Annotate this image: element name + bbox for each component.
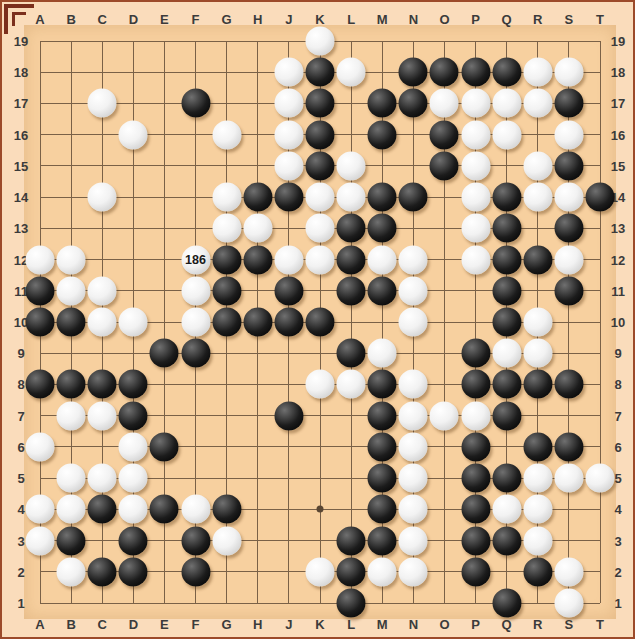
stone-white[interactable] — [274, 89, 303, 118]
stone-white[interactable] — [492, 339, 521, 368]
stone-black[interactable] — [461, 370, 490, 399]
coord-label-bottom: Q — [502, 617, 512, 632]
stone-white[interactable] — [88, 308, 117, 337]
stone-white[interactable] — [88, 401, 117, 430]
coord-label-right: 9 — [614, 346, 621, 361]
stone-black[interactable] — [399, 58, 428, 87]
stone-black[interactable] — [57, 526, 86, 555]
stone-black[interactable] — [212, 245, 241, 274]
stone-white[interactable] — [212, 183, 241, 212]
stone-black[interactable] — [492, 245, 521, 274]
coord-label-bottom: A — [35, 617, 44, 632]
stone-white[interactable] — [554, 245, 583, 274]
stone-black[interactable] — [274, 308, 303, 337]
stone-black[interactable] — [554, 214, 583, 243]
stone-black[interactable] — [337, 245, 366, 274]
stone-black[interactable] — [492, 464, 521, 493]
coord-label-bottom: M — [377, 617, 388, 632]
stone-white[interactable] — [523, 526, 552, 555]
star-point — [317, 506, 324, 513]
stone-white[interactable] — [554, 183, 583, 212]
stone-white[interactable] — [523, 464, 552, 493]
stone-white[interactable] — [461, 183, 490, 212]
stone-white[interactable] — [119, 464, 148, 493]
stone-black[interactable] — [368, 495, 397, 524]
stone-black[interactable] — [492, 370, 521, 399]
stone-white[interactable] — [399, 401, 428, 430]
coord-label-left: 5 — [17, 471, 24, 486]
coord-label-right: 8 — [614, 377, 621, 392]
stone-black[interactable] — [243, 245, 272, 274]
stone-black[interactable] — [337, 589, 366, 618]
stone-white[interactable] — [368, 245, 397, 274]
stone-black[interactable] — [88, 370, 117, 399]
coord-label-right: 4 — [614, 502, 621, 517]
stone-black[interactable] — [119, 526, 148, 555]
stone-black[interactable] — [212, 495, 241, 524]
stone-white[interactable] — [337, 370, 366, 399]
stone-black[interactable] — [554, 370, 583, 399]
stone-black[interactable] — [554, 89, 583, 118]
coord-label-top: G — [222, 12, 232, 27]
stone-white[interactable] — [368, 557, 397, 586]
stone-black[interactable] — [26, 370, 55, 399]
coord-label-bottom: T — [596, 617, 604, 632]
coord-label-left: 9 — [17, 346, 24, 361]
coord-label-right: 15 — [611, 158, 625, 173]
stone-black[interactable] — [368, 276, 397, 305]
coord-label-top: E — [160, 12, 169, 27]
coord-label-top: F — [192, 12, 200, 27]
stone-black[interactable] — [368, 370, 397, 399]
coord-label-top: H — [253, 12, 262, 27]
stone-black[interactable] — [368, 214, 397, 243]
grid-line-vertical — [351, 41, 352, 603]
stone-black[interactable] — [492, 58, 521, 87]
stone-white[interactable] — [212, 526, 241, 555]
stone-black[interactable] — [181, 557, 210, 586]
stone-white[interactable] — [26, 495, 55, 524]
coord-label-left: 7 — [17, 408, 24, 423]
stone-white[interactable] — [492, 495, 521, 524]
stone-black[interactable] — [150, 495, 179, 524]
stone-black[interactable] — [399, 183, 428, 212]
stone-black[interactable] — [368, 183, 397, 212]
stone-white[interactable] — [337, 183, 366, 212]
coord-label-left: 1 — [17, 596, 24, 611]
stone-black[interactable] — [430, 58, 459, 87]
stone-black[interactable] — [368, 464, 397, 493]
stone-black[interactable] — [119, 370, 148, 399]
stone-white[interactable] — [26, 245, 55, 274]
coord-label-bottom: N — [409, 617, 418, 632]
coord-label-left: 16 — [14, 127, 28, 142]
stone-white[interactable] — [399, 432, 428, 461]
stone-white[interactable] — [554, 589, 583, 618]
stone-white[interactable] — [306, 214, 335, 243]
stone-black[interactable] — [57, 370, 86, 399]
stone-white[interactable] — [57, 557, 86, 586]
stone-black[interactable] — [523, 245, 552, 274]
stone-white[interactable] — [274, 151, 303, 180]
coord-label-right: 6 — [614, 439, 621, 454]
stone-white[interactable] — [554, 58, 583, 87]
coord-label-top: N — [409, 12, 418, 27]
stone-white[interactable] — [461, 120, 490, 149]
stone-black[interactable] — [492, 589, 521, 618]
stone-black[interactable] — [430, 151, 459, 180]
stone-white[interactable] — [399, 557, 428, 586]
stone-white[interactable] — [306, 557, 335, 586]
stone-black[interactable] — [368, 526, 397, 555]
stone-black[interactable] — [461, 526, 490, 555]
coord-label-bottom: G — [222, 617, 232, 632]
coord-label-bottom: D — [129, 617, 138, 632]
stone-black[interactable] — [26, 276, 55, 305]
stone-white[interactable] — [274, 58, 303, 87]
stone-black[interactable] — [88, 495, 117, 524]
stone-white[interactable] — [306, 245, 335, 274]
coord-label-left: 15 — [14, 158, 28, 173]
coord-label-bottom: E — [160, 617, 169, 632]
coord-label-right: 2 — [614, 564, 621, 579]
stone-white[interactable] — [399, 526, 428, 555]
coord-label-left: 13 — [14, 221, 28, 236]
stone-white[interactable] — [399, 464, 428, 493]
coord-label-bottom: R — [533, 617, 542, 632]
coord-label-bottom: S — [565, 617, 574, 632]
stone-white[interactable] — [212, 214, 241, 243]
coord-label-right: 7 — [614, 408, 621, 423]
stone-black[interactable] — [181, 89, 210, 118]
stone-white[interactable] — [274, 120, 303, 149]
stone-black[interactable] — [306, 120, 335, 149]
stone-white[interactable] — [430, 89, 459, 118]
stone-white[interactable] — [337, 58, 366, 87]
coord-label-right: 11 — [611, 283, 625, 298]
stone-white[interactable] — [243, 214, 272, 243]
stone-black[interactable] — [57, 308, 86, 337]
coord-label-left: 3 — [17, 533, 24, 548]
stone-black[interactable] — [461, 339, 490, 368]
coord-label-bottom: P — [471, 617, 480, 632]
stone-white[interactable] — [57, 401, 86, 430]
stone-white[interactable] — [554, 464, 583, 493]
stone-black[interactable] — [26, 308, 55, 337]
stone-black[interactable] — [212, 308, 241, 337]
stone-white[interactable] — [119, 120, 148, 149]
stone-white[interactable] — [88, 183, 117, 212]
stone-white[interactable] — [554, 557, 583, 586]
stone-white[interactable] — [57, 245, 86, 274]
stone-white[interactable] — [523, 151, 552, 180]
stone-black[interactable] — [492, 214, 521, 243]
stone-white[interactable] — [181, 276, 210, 305]
stone-white[interactable] — [461, 151, 490, 180]
stone-white[interactable] — [119, 495, 148, 524]
stone-white[interactable] — [554, 120, 583, 149]
coord-label-top: S — [565, 12, 574, 27]
coord-label-right: 5 — [614, 471, 621, 486]
stone-black[interactable] — [274, 401, 303, 430]
coord-label-top: O — [439, 12, 449, 27]
coord-label-right: 12 — [611, 252, 625, 267]
stone-white[interactable] — [492, 89, 521, 118]
coord-label-left: 14 — [14, 190, 28, 205]
stone-white[interactable] — [181, 495, 210, 524]
stone-black[interactable] — [492, 308, 521, 337]
stone-white[interactable] — [306, 370, 335, 399]
stone-black[interactable] — [461, 464, 490, 493]
stone-black[interactable] — [337, 214, 366, 243]
stone-black[interactable] — [368, 401, 397, 430]
coord-label-left: 8 — [17, 377, 24, 392]
stone-black[interactable] — [181, 526, 210, 555]
stone-black[interactable] — [337, 557, 366, 586]
coord-label-top: A — [35, 12, 44, 27]
stone-white[interactable] — [399, 276, 428, 305]
coord-label-top: L — [347, 12, 355, 27]
coord-label-left: 19 — [14, 34, 28, 49]
stone-white[interactable]: 186 — [181, 245, 210, 274]
stone-white[interactable] — [461, 245, 490, 274]
stone-white[interactable] — [430, 401, 459, 430]
coord-label-bottom: J — [285, 617, 292, 632]
stone-white[interactable] — [26, 432, 55, 461]
stone-white[interactable] — [399, 245, 428, 274]
coord-label-right: 16 — [611, 127, 625, 142]
coord-label-left: 18 — [14, 65, 28, 80]
coord-label-bottom: H — [253, 617, 262, 632]
go-board[interactable]: AABBCCDDEEFFGGHHJJKKLLMMNNOOPPQQRRSSTT19… — [0, 0, 635, 639]
stone-white[interactable] — [461, 401, 490, 430]
coord-label-top: P — [471, 12, 480, 27]
stone-white[interactable] — [523, 308, 552, 337]
stone-black[interactable] — [523, 370, 552, 399]
coord-label-right: 18 — [611, 65, 625, 80]
coord-label-left: 4 — [17, 502, 24, 517]
stone-black[interactable] — [306, 58, 335, 87]
coord-label-bottom: L — [347, 617, 355, 632]
stone-white[interactable] — [306, 27, 335, 56]
grid-line-vertical — [600, 41, 601, 603]
stone-white[interactable] — [523, 58, 552, 87]
stone-black[interactable] — [430, 120, 459, 149]
stone-black[interactable] — [586, 183, 615, 212]
stone-white[interactable] — [492, 120, 521, 149]
stone-white[interactable] — [57, 464, 86, 493]
stone-white[interactable] — [181, 308, 210, 337]
stone-black[interactable] — [306, 151, 335, 180]
coord-label-bottom: B — [66, 617, 75, 632]
stone-white[interactable] — [212, 120, 241, 149]
stone-white[interactable] — [523, 89, 552, 118]
stone-white[interactable] — [368, 339, 397, 368]
coord-label-top: M — [377, 12, 388, 27]
coord-label-right: 17 — [611, 96, 625, 111]
stone-black[interactable] — [274, 276, 303, 305]
stone-white[interactable] — [461, 214, 490, 243]
coord-label-bottom: F — [192, 617, 200, 632]
stone-white[interactable] — [57, 276, 86, 305]
stone-black[interactable] — [368, 89, 397, 118]
coord-label-top: Q — [502, 12, 512, 27]
stone-white[interactable] — [26, 526, 55, 555]
stone-white[interactable] — [523, 183, 552, 212]
stone-white[interactable] — [523, 339, 552, 368]
stone-black[interactable] — [492, 183, 521, 212]
coord-label-top: T — [596, 12, 604, 27]
coord-label-right: 19 — [611, 34, 625, 49]
stone-black[interactable] — [306, 89, 335, 118]
stone-black[interactable] — [461, 432, 490, 461]
stone-black[interactable] — [88, 557, 117, 586]
stone-black[interactable] — [150, 339, 179, 368]
stone-black[interactable] — [368, 432, 397, 461]
coord-label-left: 17 — [14, 96, 28, 111]
coord-label-top: R — [533, 12, 542, 27]
stone-white[interactable] — [274, 245, 303, 274]
stone-white[interactable] — [337, 151, 366, 180]
stone-black[interactable] — [150, 432, 179, 461]
stone-black[interactable] — [523, 432, 552, 461]
coord-label-top: D — [129, 12, 138, 27]
coord-label-top: B — [66, 12, 75, 27]
coord-label-bottom: C — [98, 617, 107, 632]
stone-black[interactable] — [212, 276, 241, 305]
coord-label-top: C — [98, 12, 107, 27]
coord-label-right: 10 — [611, 315, 625, 330]
stone-white[interactable] — [57, 495, 86, 524]
coord-label-left: 6 — [17, 439, 24, 454]
stone-white[interactable] — [399, 308, 428, 337]
stone-black[interactable] — [554, 151, 583, 180]
stone-black[interactable] — [181, 339, 210, 368]
stone-black[interactable] — [399, 89, 428, 118]
coord-label-bottom: K — [315, 617, 324, 632]
stone-white[interactable] — [399, 495, 428, 524]
stone-white[interactable] — [88, 89, 117, 118]
stone-black[interactable] — [492, 526, 521, 555]
stone-black[interactable] — [274, 183, 303, 212]
stone-black[interactable] — [119, 557, 148, 586]
stone-white[interactable] — [88, 464, 117, 493]
stone-black[interactable] — [492, 276, 521, 305]
stone-white[interactable] — [461, 89, 490, 118]
stone-black[interactable] — [306, 308, 335, 337]
coord-label-top: J — [285, 12, 292, 27]
stone-black[interactable] — [337, 526, 366, 555]
stone-black[interactable] — [461, 495, 490, 524]
stone-white[interactable] — [119, 308, 148, 337]
stone-white[interactable] — [399, 370, 428, 399]
stone-black[interactable] — [461, 58, 490, 87]
coord-label-left: 2 — [17, 564, 24, 579]
stone-black[interactable] — [492, 401, 521, 430]
coord-label-bottom: O — [439, 617, 449, 632]
stone-black[interactable] — [554, 432, 583, 461]
stone-black[interactable] — [461, 557, 490, 586]
stone-black[interactable] — [523, 557, 552, 586]
stone-black[interactable] — [368, 120, 397, 149]
stone-white[interactable] — [523, 495, 552, 524]
stone-black[interactable] — [119, 401, 148, 430]
coord-label-right: 13 — [611, 221, 625, 236]
move-number-label: 186 — [185, 253, 206, 266]
coord-label-top: K — [315, 12, 324, 27]
stone-black[interactable] — [337, 276, 366, 305]
stone-black[interactable] — [337, 339, 366, 368]
coord-label-right: 1 — [614, 596, 621, 611]
stone-white[interactable] — [119, 432, 148, 461]
stone-black[interactable] — [243, 183, 272, 212]
stone-black[interactable] — [243, 308, 272, 337]
stone-black[interactable] — [554, 276, 583, 305]
stone-white[interactable] — [306, 183, 335, 212]
stone-white[interactable] — [586, 464, 615, 493]
stone-white[interactable] — [88, 276, 117, 305]
coord-label-right: 3 — [614, 533, 621, 548]
